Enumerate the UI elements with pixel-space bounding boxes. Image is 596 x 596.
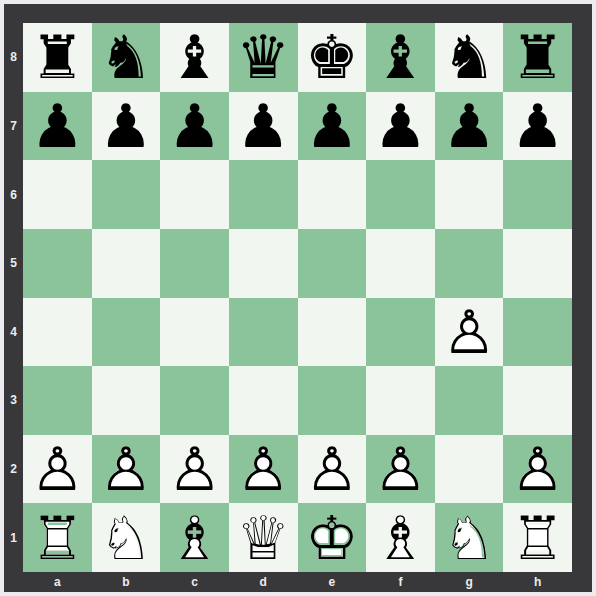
- square-a4[interactable]: [23, 298, 92, 367]
- square-a8[interactable]: ♜: [23, 23, 92, 92]
- square-b3[interactable]: [92, 366, 161, 435]
- square-c5[interactable]: [160, 229, 229, 298]
- square-h5[interactable]: [503, 229, 572, 298]
- piece-white-king[interactable]: ♚♔: [298, 503, 367, 572]
- file-label-d: d: [229, 572, 298, 592]
- file-label-c: c: [160, 572, 229, 592]
- file-label-b: b: [92, 572, 161, 592]
- square-f3[interactable]: [366, 366, 435, 435]
- white-piece-outline-glyph: ♘: [435, 503, 504, 572]
- piece-black-pawn[interactable]: ♟: [92, 92, 161, 161]
- square-c6[interactable]: [160, 160, 229, 229]
- piece-black-pawn[interactable]: ♟: [23, 92, 92, 161]
- white-piece-outline-glyph: ♙: [92, 435, 161, 504]
- square-g5[interactable]: [435, 229, 504, 298]
- square-b2[interactable]: ♟♙: [92, 435, 161, 504]
- piece-white-pawn[interactable]: ♟♙: [435, 298, 504, 367]
- square-g7[interactable]: ♟: [435, 92, 504, 161]
- square-h2[interactable]: ♟♙: [503, 435, 572, 504]
- piece-black-rook[interactable]: ♜: [503, 23, 572, 92]
- square-g1[interactable]: ♞♘: [435, 503, 504, 572]
- piece-white-pawn[interactable]: ♟♙: [229, 435, 298, 504]
- square-c4[interactable]: [160, 298, 229, 367]
- square-h7[interactable]: ♟: [503, 92, 572, 161]
- piece-black-pawn[interactable]: ♟: [298, 92, 367, 161]
- rank-label-2: 2: [4, 435, 23, 504]
- square-h8[interactable]: ♜: [503, 23, 572, 92]
- white-piece-outline-glyph: ♗: [160, 503, 229, 572]
- piece-white-pawn[interactable]: ♟♙: [160, 435, 229, 504]
- square-d6[interactable]: [229, 160, 298, 229]
- white-piece-outline-glyph: ♘: [92, 503, 161, 572]
- piece-white-bishop[interactable]: ♝♗: [366, 503, 435, 572]
- square-c3[interactable]: [160, 366, 229, 435]
- piece-black-knight[interactable]: ♞: [92, 23, 161, 92]
- square-d2[interactable]: ♟♙: [229, 435, 298, 504]
- white-piece-outline-glyph: ♙: [23, 435, 92, 504]
- piece-white-rook[interactable]: ♜♖: [503, 503, 572, 572]
- square-e1[interactable]: ♚♔: [298, 503, 367, 572]
- rank-label-4: 4: [4, 298, 23, 367]
- square-e8[interactable]: ♚: [298, 23, 367, 92]
- square-e2[interactable]: ♟♙: [298, 435, 367, 504]
- rank-label-1: 1: [4, 503, 23, 572]
- white-piece-outline-glyph: ♙: [366, 435, 435, 504]
- piece-black-pawn[interactable]: ♟: [160, 92, 229, 161]
- rank-label-7: 7: [4, 92, 23, 161]
- square-e6[interactable]: [298, 160, 367, 229]
- square-g2[interactable]: [435, 435, 504, 504]
- board-frame: ♜♞♝♛♚♝♞♜♟♟♟♟♟♟♟♟♟♙♟♙♟♙♟♙♟♙♟♙♟♙♟♙♜♖♞♘♝♗♛♕…: [4, 4, 592, 592]
- square-d7[interactable]: ♟: [229, 92, 298, 161]
- square-c2[interactable]: ♟♙: [160, 435, 229, 504]
- piece-white-pawn[interactable]: ♟♙: [366, 435, 435, 504]
- file-label-g: g: [435, 572, 504, 592]
- square-d4[interactable]: [229, 298, 298, 367]
- piece-white-knight[interactable]: ♞♘: [92, 503, 161, 572]
- square-a2[interactable]: ♟♙: [23, 435, 92, 504]
- square-f7[interactable]: ♟: [366, 92, 435, 161]
- white-piece-outline-glyph: ♔: [298, 503, 367, 572]
- square-a6[interactable]: [23, 160, 92, 229]
- square-d1[interactable]: ♛♕: [229, 503, 298, 572]
- square-f1[interactable]: ♝♗: [366, 503, 435, 572]
- square-f5[interactable]: [366, 229, 435, 298]
- square-h1[interactable]: ♜♖: [503, 503, 572, 572]
- piece-white-rook[interactable]: ♜♖: [23, 503, 92, 572]
- file-label-a: a: [23, 572, 92, 592]
- square-a7[interactable]: ♟: [23, 92, 92, 161]
- square-h6[interactable]: [503, 160, 572, 229]
- square-d8[interactable]: ♛: [229, 23, 298, 92]
- square-e7[interactable]: ♟: [298, 92, 367, 161]
- square-f2[interactable]: ♟♙: [366, 435, 435, 504]
- square-e5[interactable]: [298, 229, 367, 298]
- square-g3[interactable]: [435, 366, 504, 435]
- square-e3[interactable]: [298, 366, 367, 435]
- square-d3[interactable]: [229, 366, 298, 435]
- square-b4[interactable]: [92, 298, 161, 367]
- square-g8[interactable]: ♞: [435, 23, 504, 92]
- piece-white-pawn[interactable]: ♟♙: [298, 435, 367, 504]
- white-piece-outline-glyph: ♙: [435, 298, 504, 367]
- piece-white-queen[interactable]: ♛♕: [229, 503, 298, 572]
- square-c7[interactable]: ♟: [160, 92, 229, 161]
- square-b5[interactable]: [92, 229, 161, 298]
- piece-black-bishop[interactable]: ♝: [160, 23, 229, 92]
- chess-page-background: ♜♞♝♛♚♝♞♜♟♟♟♟♟♟♟♟♟♙♟♙♟♙♟♙♟♙♟♙♟♙♟♙♜♖♞♘♝♗♛♕…: [0, 0, 596, 596]
- white-piece-outline-glyph: ♗: [366, 503, 435, 572]
- piece-black-pawn[interactable]: ♟: [366, 92, 435, 161]
- piece-black-queen[interactable]: ♛: [229, 23, 298, 92]
- white-piece-outline-glyph: ♕: [229, 503, 298, 572]
- square-h4[interactable]: [503, 298, 572, 367]
- white-piece-outline-glyph: ♙: [160, 435, 229, 504]
- piece-black-pawn[interactable]: ♟: [435, 92, 504, 161]
- square-d5[interactable]: [229, 229, 298, 298]
- board: ♜♞♝♛♚♝♞♜♟♟♟♟♟♟♟♟♟♙♟♙♟♙♟♙♟♙♟♙♟♙♟♙♜♖♞♘♝♗♛♕…: [23, 23, 572, 572]
- piece-white-pawn[interactable]: ♟♙: [503, 435, 572, 504]
- square-f4[interactable]: [366, 298, 435, 367]
- square-h3[interactable]: [503, 366, 572, 435]
- piece-black-knight[interactable]: ♞: [435, 23, 504, 92]
- piece-white-pawn[interactable]: ♟♙: [92, 435, 161, 504]
- rank-label-6: 6: [4, 160, 23, 229]
- white-piece-outline-glyph: ♙: [229, 435, 298, 504]
- square-g6[interactable]: [435, 160, 504, 229]
- rank-label-5: 5: [4, 229, 23, 298]
- square-f6[interactable]: [366, 160, 435, 229]
- rank-label-3: 3: [4, 366, 23, 435]
- white-piece-outline-glyph: ♖: [503, 503, 572, 572]
- square-b1[interactable]: ♞♘: [92, 503, 161, 572]
- rank-labels: 87654321: [4, 23, 23, 572]
- file-labels: abcdefgh: [23, 572, 572, 592]
- piece-black-rook[interactable]: ♜: [23, 23, 92, 92]
- square-b8[interactable]: ♞: [92, 23, 161, 92]
- square-b6[interactable]: [92, 160, 161, 229]
- square-a3[interactable]: [23, 366, 92, 435]
- piece-white-bishop[interactable]: ♝♗: [160, 503, 229, 572]
- square-e4[interactable]: [298, 298, 367, 367]
- square-f8[interactable]: ♝: [366, 23, 435, 92]
- piece-black-king[interactable]: ♚: [298, 23, 367, 92]
- file-label-f: f: [366, 572, 435, 592]
- square-a5[interactable]: [23, 229, 92, 298]
- white-piece-outline-glyph: ♖: [23, 503, 92, 572]
- white-piece-outline-glyph: ♙: [503, 435, 572, 504]
- white-piece-outline-glyph: ♙: [298, 435, 367, 504]
- square-c1[interactable]: ♝♗: [160, 503, 229, 572]
- piece-white-knight[interactable]: ♞♘: [435, 503, 504, 572]
- rank-label-8: 8: [4, 23, 23, 92]
- piece-black-pawn[interactable]: ♟: [503, 92, 572, 161]
- piece-black-pawn[interactable]: ♟: [229, 92, 298, 161]
- square-a1[interactable]: ♜♖: [23, 503, 92, 572]
- square-g4[interactable]: ♟♙: [435, 298, 504, 367]
- piece-black-bishop[interactable]: ♝: [366, 23, 435, 92]
- file-label-h: h: [503, 572, 572, 592]
- square-c8[interactable]: ♝: [160, 23, 229, 92]
- file-label-e: e: [298, 572, 367, 592]
- square-b7[interactable]: ♟: [92, 92, 161, 161]
- piece-white-pawn[interactable]: ♟♙: [23, 435, 92, 504]
